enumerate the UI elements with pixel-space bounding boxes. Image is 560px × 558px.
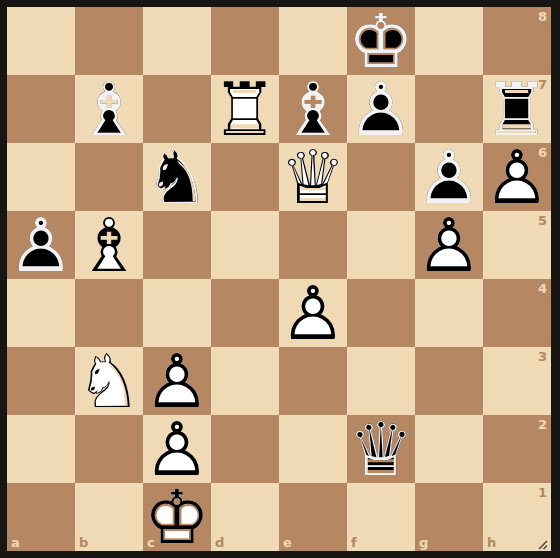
piece-white-pawn-h6[interactable]: ♟♙ — [483, 143, 551, 211]
white-pawn-glyph-outline: ♙ — [143, 415, 211, 483]
square-b5[interactable]: ♝♗ — [75, 211, 143, 279]
white-pawn-glyph-fill: ♟ — [143, 347, 211, 415]
square-f3[interactable] — [347, 347, 415, 415]
square-g2[interactable] — [415, 415, 483, 483]
square-a5[interactable]: ♟♙ — [7, 211, 75, 279]
piece-black-pawn-a5[interactable]: ♟♙ — [7, 211, 75, 279]
black-bishop-glyph-outline: ♗ — [75, 75, 143, 143]
square-d1[interactable] — [211, 483, 279, 551]
square-b1[interactable] — [75, 483, 143, 551]
black-pawn-glyph-outline: ♙ — [347, 75, 415, 143]
white-pawn-glyph-fill: ♟ — [415, 211, 483, 279]
square-h8[interactable] — [483, 7, 551, 75]
piece-white-knight-b3[interactable]: ♞♘ — [75, 347, 143, 415]
square-e6[interactable]: ♛♕ — [279, 143, 347, 211]
square-f6[interactable] — [347, 143, 415, 211]
square-e7[interactable]: ♝♗ — [279, 75, 347, 143]
piece-black-bishop-e7[interactable]: ♝♗ — [279, 75, 347, 143]
piece-white-pawn-c3[interactable]: ♟♙ — [143, 347, 211, 415]
white-king-glyph-outline: ♔ — [143, 483, 211, 551]
white-rook-glyph-outline: ♖ — [211, 75, 279, 143]
piece-black-king-f8[interactable]: ♚♔ — [347, 7, 415, 75]
black-queen-glyph-fill: ♛ — [347, 415, 415, 483]
square-g3[interactable] — [415, 347, 483, 415]
square-c5[interactable] — [143, 211, 211, 279]
square-h7[interactable]: ♜♖ — [483, 75, 551, 143]
square-e2[interactable] — [279, 415, 347, 483]
piece-white-queen-e6[interactable]: ♛♕ — [279, 143, 347, 211]
piece-white-king-c1[interactable]: ♚♔ — [143, 483, 211, 551]
square-f2[interactable]: ♛♕ — [347, 415, 415, 483]
black-rook-glyph-fill: ♜ — [483, 75, 551, 143]
black-bishop-glyph-fill: ♝ — [279, 75, 347, 143]
square-f7[interactable]: ♟♙ — [347, 75, 415, 143]
white-pawn-glyph-outline: ♙ — [415, 211, 483, 279]
piece-black-queen-f2[interactable]: ♛♕ — [347, 415, 415, 483]
square-h5[interactable] — [483, 211, 551, 279]
square-a8[interactable] — [7, 7, 75, 75]
square-h6[interactable]: ♟♙ — [483, 143, 551, 211]
square-b3[interactable]: ♞♘ — [75, 347, 143, 415]
piece-black-pawn-g6[interactable]: ♟♙ — [415, 143, 483, 211]
square-f8[interactable]: ♚♔ — [347, 7, 415, 75]
square-a2[interactable] — [7, 415, 75, 483]
black-knight-glyph-fill: ♞ — [143, 143, 211, 211]
black-rook-glyph-outline: ♖ — [483, 75, 551, 143]
piece-white-pawn-g5[interactable]: ♟♙ — [415, 211, 483, 279]
square-h4[interactable] — [483, 279, 551, 347]
square-c2[interactable]: ♟♙ — [143, 415, 211, 483]
white-pawn-glyph-outline: ♙ — [279, 279, 347, 347]
square-b7[interactable]: ♝♗ — [75, 75, 143, 143]
piece-black-knight-c6[interactable]: ♞♘ — [143, 143, 211, 211]
square-g8[interactable] — [415, 7, 483, 75]
square-f4[interactable] — [347, 279, 415, 347]
square-f1[interactable] — [347, 483, 415, 551]
black-pawn-glyph-fill: ♟ — [347, 75, 415, 143]
square-a3[interactable] — [7, 347, 75, 415]
black-king-glyph-fill: ♚ — [347, 7, 415, 75]
white-pawn-glyph-fill: ♟ — [143, 415, 211, 483]
black-bishop-glyph-outline: ♗ — [279, 75, 347, 143]
piece-black-rook-h7[interactable]: ♜♖ — [483, 75, 551, 143]
square-d3[interactable] — [211, 347, 279, 415]
white-bishop-glyph-fill: ♝ — [75, 211, 143, 279]
square-d4[interactable] — [211, 279, 279, 347]
black-bishop-glyph-fill: ♝ — [75, 75, 143, 143]
black-pawn-glyph-outline: ♙ — [7, 211, 75, 279]
square-c8[interactable] — [143, 7, 211, 75]
square-d7[interactable]: ♜♖ — [211, 75, 279, 143]
square-e1[interactable] — [279, 483, 347, 551]
square-c6[interactable]: ♞♘ — [143, 143, 211, 211]
board-resize-handle-icon[interactable] — [536, 536, 549, 549]
black-pawn-glyph-outline: ♙ — [415, 143, 483, 211]
white-bishop-glyph-outline: ♗ — [75, 211, 143, 279]
square-g4[interactable] — [415, 279, 483, 347]
square-b8[interactable] — [75, 7, 143, 75]
piece-white-pawn-c2[interactable]: ♟♙ — [143, 415, 211, 483]
white-king-glyph-fill: ♚ — [143, 483, 211, 551]
page-background: ♚♔♝♗♜♖♝♗♟♙♜♖♞♘♛♕♟♙♟♙♟♙♝♗♟♙♟♙♞♘♟♙♟♙♛♕♚♔87… — [0, 0, 560, 558]
piece-black-pawn-f7[interactable]: ♟♙ — [347, 75, 415, 143]
black-queen-glyph-outline: ♕ — [347, 415, 415, 483]
white-queen-glyph-outline: ♕ — [279, 143, 347, 211]
black-knight-glyph-outline: ♘ — [143, 143, 211, 211]
white-pawn-glyph-fill: ♟ — [279, 279, 347, 347]
piece-black-bishop-b7[interactable]: ♝♗ — [75, 75, 143, 143]
white-rook-glyph-fill: ♜ — [211, 75, 279, 143]
piece-white-rook-d7[interactable]: ♜♖ — [211, 75, 279, 143]
black-king-glyph-outline: ♔ — [347, 7, 415, 75]
square-h3[interactable] — [483, 347, 551, 415]
square-a1[interactable] — [7, 483, 75, 551]
square-d5[interactable] — [211, 211, 279, 279]
chess-board[interactable]: ♚♔♝♗♜♖♝♗♟♙♜♖♞♘♛♕♟♙♟♙♟♙♝♗♟♙♟♙♞♘♟♙♟♙♛♕♚♔87… — [7, 7, 551, 551]
white-pawn-glyph-outline: ♙ — [143, 347, 211, 415]
square-a4[interactable] — [7, 279, 75, 347]
black-pawn-glyph-fill: ♟ — [415, 143, 483, 211]
white-pawn-glyph-outline: ♙ — [483, 143, 551, 211]
square-e4[interactable]: ♟♙ — [279, 279, 347, 347]
square-b4[interactable] — [75, 279, 143, 347]
square-g7[interactable] — [415, 75, 483, 143]
square-a6[interactable] — [7, 143, 75, 211]
white-queen-glyph-fill: ♛ — [279, 143, 347, 211]
square-c7[interactable] — [143, 75, 211, 143]
square-f5[interactable] — [347, 211, 415, 279]
white-knight-glyph-fill: ♞ — [75, 347, 143, 415]
square-g6[interactable]: ♟♙ — [415, 143, 483, 211]
square-b6[interactable] — [75, 143, 143, 211]
square-b2[interactable] — [75, 415, 143, 483]
square-d8[interactable] — [211, 7, 279, 75]
white-pawn-glyph-fill: ♟ — [483, 143, 551, 211]
square-e3[interactable] — [279, 347, 347, 415]
square-c3[interactable]: ♟♙ — [143, 347, 211, 415]
white-knight-glyph-outline: ♘ — [75, 347, 143, 415]
square-e8[interactable] — [279, 7, 347, 75]
square-e5[interactable] — [279, 211, 347, 279]
square-d6[interactable] — [211, 143, 279, 211]
square-c4[interactable] — [143, 279, 211, 347]
square-g1[interactable] — [415, 483, 483, 551]
black-pawn-glyph-fill: ♟ — [7, 211, 75, 279]
piece-white-bishop-b5[interactable]: ♝♗ — [75, 211, 143, 279]
square-h2[interactable] — [483, 415, 551, 483]
square-c1[interactable]: ♚♔ — [143, 483, 211, 551]
square-d2[interactable] — [211, 415, 279, 483]
square-g5[interactable]: ♟♙ — [415, 211, 483, 279]
piece-white-pawn-e4[interactable]: ♟♙ — [279, 279, 347, 347]
square-a7[interactable] — [7, 75, 75, 143]
